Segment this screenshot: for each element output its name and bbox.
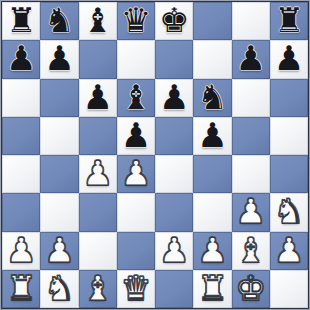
square-g2[interactable]: ♝	[232, 232, 270, 270]
square-c5[interactable]	[79, 117, 117, 155]
square-g8[interactable]	[232, 2, 270, 40]
white-rook[interactable]: ♜	[6, 271, 36, 305]
square-h4[interactable]	[270, 155, 308, 193]
white-queen[interactable]: ♛	[121, 271, 151, 305]
square-e8[interactable]: ♚	[155, 2, 193, 40]
square-c7[interactable]	[79, 40, 117, 78]
square-a6[interactable]	[2, 79, 40, 117]
square-c1[interactable]: ♝	[79, 270, 117, 308]
square-h8[interactable]: ♜	[270, 2, 308, 40]
square-d3[interactable]	[117, 193, 155, 231]
square-a8[interactable]: ♜	[2, 2, 40, 40]
black-pawn[interactable]: ♟	[121, 118, 151, 152]
black-bishop[interactable]: ♝	[82, 3, 112, 37]
black-pawn[interactable]: ♟	[6, 41, 36, 75]
white-bishop[interactable]: ♝	[82, 271, 112, 305]
white-pawn[interactable]: ♟	[197, 233, 227, 267]
black-rook[interactable]: ♜	[6, 3, 36, 37]
black-knight[interactable]: ♞	[197, 80, 227, 114]
square-c8[interactable]: ♝	[79, 2, 117, 40]
black-pawn[interactable]: ♟	[197, 118, 227, 152]
square-c3[interactable]	[79, 193, 117, 231]
white-king[interactable]: ♚	[235, 271, 265, 305]
square-f5[interactable]: ♟	[193, 117, 231, 155]
square-b8[interactable]: ♞	[40, 2, 78, 40]
square-g7[interactable]: ♟	[232, 40, 270, 78]
square-b7[interactable]: ♟	[40, 40, 78, 78]
square-d7[interactable]	[117, 40, 155, 78]
square-b1[interactable]: ♞	[40, 270, 78, 308]
square-e6[interactable]: ♟	[155, 79, 193, 117]
square-a2[interactable]: ♟	[2, 232, 40, 270]
square-b6[interactable]	[40, 79, 78, 117]
white-pawn[interactable]: ♟	[6, 233, 36, 267]
white-pawn[interactable]: ♟	[159, 233, 189, 267]
square-a3[interactable]	[2, 193, 40, 231]
black-knight[interactable]: ♞	[44, 3, 74, 37]
square-d6[interactable]: ♝	[117, 79, 155, 117]
square-h3[interactable]: ♞	[270, 193, 308, 231]
square-d1[interactable]: ♛	[117, 270, 155, 308]
black-bishop[interactable]: ♝	[121, 80, 151, 114]
square-b4[interactable]	[40, 155, 78, 193]
square-a4[interactable]	[2, 155, 40, 193]
square-c6[interactable]: ♟	[79, 79, 117, 117]
black-pawn[interactable]: ♟	[44, 41, 74, 75]
square-e2[interactable]: ♟	[155, 232, 193, 270]
square-b5[interactable]	[40, 117, 78, 155]
white-pawn[interactable]: ♟	[44, 233, 74, 267]
square-g4[interactable]	[232, 155, 270, 193]
square-h2[interactable]: ♟	[270, 232, 308, 270]
square-f2[interactable]: ♟	[193, 232, 231, 270]
black-queen[interactable]: ♛	[121, 3, 151, 37]
square-d4[interactable]: ♟	[117, 155, 155, 193]
square-a7[interactable]: ♟	[2, 40, 40, 78]
square-e1[interactable]	[155, 270, 193, 308]
black-king[interactable]: ♚	[159, 3, 189, 37]
black-pawn[interactable]: ♟	[235, 41, 265, 75]
square-b3[interactable]	[40, 193, 78, 231]
white-pawn[interactable]: ♟	[121, 156, 151, 190]
white-rook[interactable]: ♜	[197, 271, 227, 305]
square-f3[interactable]	[193, 193, 231, 231]
square-c4[interactable]: ♟	[79, 155, 117, 193]
black-rook[interactable]: ♜	[274, 3, 304, 37]
square-b2[interactable]: ♟	[40, 232, 78, 270]
white-bishop[interactable]: ♝	[235, 233, 265, 267]
square-f6[interactable]: ♞	[193, 79, 231, 117]
white-pawn[interactable]: ♟	[274, 233, 304, 267]
square-g6[interactable]	[232, 79, 270, 117]
square-f4[interactable]	[193, 155, 231, 193]
square-f1[interactable]: ♜	[193, 270, 231, 308]
square-h6[interactable]	[270, 79, 308, 117]
square-d5[interactable]: ♟	[117, 117, 155, 155]
black-pawn[interactable]: ♟	[159, 80, 189, 114]
black-pawn[interactable]: ♟	[82, 80, 112, 114]
square-h5[interactable]	[270, 117, 308, 155]
white-knight[interactable]: ♞	[274, 194, 304, 228]
square-g3[interactable]: ♟	[232, 193, 270, 231]
square-g5[interactable]	[232, 117, 270, 155]
white-pawn[interactable]: ♟	[235, 194, 265, 228]
black-pawn[interactable]: ♟	[274, 41, 304, 75]
square-e4[interactable]	[155, 155, 193, 193]
square-d8[interactable]: ♛	[117, 2, 155, 40]
square-e5[interactable]	[155, 117, 193, 155]
square-d2[interactable]	[117, 232, 155, 270]
square-e7[interactable]	[155, 40, 193, 78]
square-h1[interactable]	[270, 270, 308, 308]
white-pawn[interactable]: ♟	[82, 156, 112, 190]
white-knight[interactable]: ♞	[44, 271, 74, 305]
square-e3[interactable]	[155, 193, 193, 231]
square-a5[interactable]	[2, 117, 40, 155]
square-h7[interactable]: ♟	[270, 40, 308, 78]
square-c2[interactable]	[79, 232, 117, 270]
square-g1[interactable]: ♚	[232, 270, 270, 308]
square-f7[interactable]	[193, 40, 231, 78]
square-a1[interactable]: ♜	[2, 270, 40, 308]
square-f8[interactable]	[193, 2, 231, 40]
chess-board: ♜♞♝♛♚♜♟♟♟♟♟♝♟♞♟♟♟♟♟♞♟♟♟♟♝♟♜♞♝♛♜♚	[0, 0, 310, 310]
